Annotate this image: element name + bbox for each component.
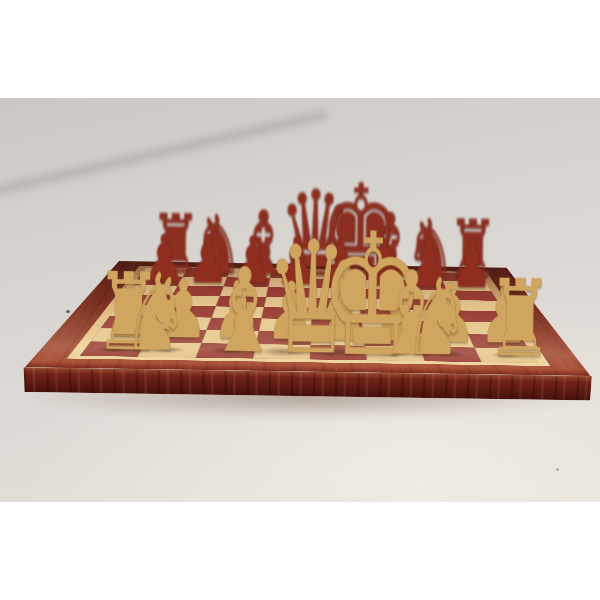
- piece-white-knight-g1[interactable]: ♞: [431, 265, 471, 355]
- piece-white-queen-d1[interactable]: ♛: [263, 220, 304, 352]
- board-scene: ♜♞♝♛♚♝♞♜♟♟♟♟♟♟♟♟♟♟♟♟♟♟♟♟♜♞♝♛♚♝♞♜: [77, 98, 547, 502]
- piece-white-king-e1[interactable]: ♚: [319, 210, 360, 353]
- chessboard[interactable]: ♜♞♝♛♚♝♞♜♟♟♟♟♟♟♟♟♟♟♟♟♟♟♟♟♜♞♝♛♚♝♞♜: [25, 261, 591, 376]
- camera-tilt-wrapper: ♜♞♝♛♚♝♞♜♟♟♟♟♟♟♟♟♟♟♟♟♟♟♟♟♜♞♝♛♚♝♞♜: [0, 98, 600, 502]
- piece-white-knight-b1[interactable]: ♞: [150, 260, 191, 350]
- piece-white-rook-h1[interactable]: ♜: [486, 266, 526, 356]
- page: { "game": "chess", "position": { "fen": …: [0, 0, 600, 600]
- piece-white-bishop-c1[interactable]: ♝: [207, 253, 248, 351]
- photo-backdrop: ♜♞♝♛♚♝♞♜♟♟♟♟♟♟♟♟♟♟♟♟♟♟♟♟♜♞♝♛♚♝♞♜: [0, 98, 600, 502]
